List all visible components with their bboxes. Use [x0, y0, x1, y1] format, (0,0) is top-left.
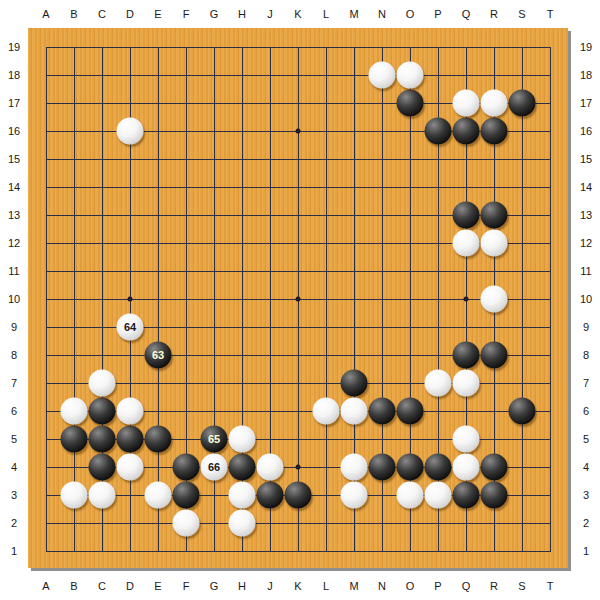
- stone-white-B6: [61, 398, 88, 425]
- stone-black-C5: [89, 426, 116, 453]
- row-label-right-5: 5: [574, 433, 598, 445]
- col-label-bottom-J: J: [259, 580, 281, 592]
- stone-white-O18: [397, 62, 424, 89]
- row-label-left-19: 19: [2, 41, 26, 53]
- row-label-right-17: 17: [574, 97, 598, 109]
- move-number: 66: [208, 462, 220, 473]
- row-label-right-14: 14: [574, 181, 598, 193]
- col-label-bottom-H: H: [231, 580, 253, 592]
- col-label-top-R: R: [483, 8, 505, 20]
- grid-line-horizontal: [46, 551, 551, 552]
- star-point-D10: [128, 297, 133, 302]
- stone-white-E3: [145, 482, 172, 509]
- star-point-Q10: [464, 297, 469, 302]
- stone-black-O17: [397, 90, 424, 117]
- stone-black-Q13: [453, 202, 480, 229]
- stone-black-H4: [229, 454, 256, 481]
- move-number: 63: [152, 350, 164, 361]
- col-label-top-D: D: [119, 8, 141, 20]
- row-label-left-8: 8: [2, 349, 26, 361]
- grid-line-vertical: [326, 47, 327, 552]
- row-label-left-2: 2: [2, 517, 26, 529]
- stone-black-G5: 65: [201, 426, 228, 453]
- row-label-left-11: 11: [2, 265, 26, 277]
- row-label-right-16: 16: [574, 125, 598, 137]
- col-label-top-T: T: [539, 8, 561, 20]
- stone-black-S6: [509, 398, 536, 425]
- stone-black-P16: [425, 118, 452, 145]
- col-label-bottom-N: N: [371, 580, 393, 592]
- col-label-bottom-F: F: [175, 580, 197, 592]
- stone-white-Q5: [453, 426, 480, 453]
- stone-black-C4: [89, 454, 116, 481]
- stone-white-R12: [481, 230, 508, 257]
- stone-white-M3: [341, 482, 368, 509]
- stone-white-B3: [61, 482, 88, 509]
- row-label-right-2: 2: [574, 517, 598, 529]
- col-label-top-L: L: [315, 8, 337, 20]
- row-label-right-13: 13: [574, 209, 598, 221]
- row-label-left-6: 6: [2, 405, 26, 417]
- stone-white-H3: [229, 482, 256, 509]
- stone-white-M4: [341, 454, 368, 481]
- star-point-K10: [296, 297, 301, 302]
- row-label-left-4: 4: [2, 461, 26, 473]
- row-label-right-18: 18: [574, 69, 598, 81]
- stone-white-C3: [89, 482, 116, 509]
- grid-line-vertical: [522, 47, 523, 552]
- row-label-left-15: 15: [2, 153, 26, 165]
- col-label-top-G: G: [203, 8, 225, 20]
- row-label-right-7: 7: [574, 377, 598, 389]
- row-label-left-18: 18: [2, 69, 26, 81]
- col-label-bottom-M: M: [343, 580, 365, 592]
- stone-black-R3: [481, 482, 508, 509]
- col-label-top-J: J: [259, 8, 281, 20]
- stone-black-E8: 63: [145, 342, 172, 369]
- stone-black-C6: [89, 398, 116, 425]
- col-label-top-M: M: [343, 8, 365, 20]
- star-point-K4: [296, 465, 301, 470]
- move-number: 64: [124, 322, 136, 333]
- row-label-right-3: 3: [574, 489, 598, 501]
- stone-black-M7: [341, 370, 368, 397]
- stone-white-D4: [117, 454, 144, 481]
- star-point-K16: [296, 129, 301, 134]
- col-label-top-Q: Q: [455, 8, 477, 20]
- col-label-bottom-K: K: [287, 580, 309, 592]
- col-label-top-H: H: [231, 8, 253, 20]
- stone-black-O6: [397, 398, 424, 425]
- row-label-right-15: 15: [574, 153, 598, 165]
- move-number: 65: [208, 434, 220, 445]
- stone-white-R17: [481, 90, 508, 117]
- stone-white-Q7: [453, 370, 480, 397]
- stone-white-J4: [257, 454, 284, 481]
- stone-black-F4: [173, 454, 200, 481]
- stone-black-P4: [425, 454, 452, 481]
- grid-line-vertical: [550, 47, 551, 552]
- stone-white-Q12: [453, 230, 480, 257]
- stone-black-Q3: [453, 482, 480, 509]
- stone-black-N4: [369, 454, 396, 481]
- col-label-bottom-G: G: [203, 580, 225, 592]
- col-label-bottom-S: S: [511, 580, 533, 592]
- stone-white-N18: [369, 62, 396, 89]
- row-label-left-12: 12: [2, 237, 26, 249]
- col-label-bottom-O: O: [399, 580, 421, 592]
- stone-black-R8: [481, 342, 508, 369]
- row-label-left-17: 17: [2, 97, 26, 109]
- row-label-left-14: 14: [2, 181, 26, 193]
- stone-white-G4: 66: [201, 454, 228, 481]
- stone-white-D6: [117, 398, 144, 425]
- col-label-bottom-B: B: [63, 580, 85, 592]
- row-label-left-10: 10: [2, 293, 26, 305]
- row-label-right-4: 4: [574, 461, 598, 473]
- row-label-right-11: 11: [574, 265, 598, 277]
- col-label-top-E: E: [147, 8, 169, 20]
- col-label-top-K: K: [287, 8, 309, 20]
- row-label-right-1: 1: [574, 545, 598, 557]
- stone-white-H5: [229, 426, 256, 453]
- row-label-left-1: 1: [2, 545, 26, 557]
- stone-white-L6: [313, 398, 340, 425]
- stone-white-Q4: [453, 454, 480, 481]
- stone-white-M6: [341, 398, 368, 425]
- stone-white-D16: [117, 118, 144, 145]
- stone-white-F2: [173, 510, 200, 537]
- stone-black-Q8: [453, 342, 480, 369]
- col-label-top-S: S: [511, 8, 533, 20]
- col-label-bottom-D: D: [119, 580, 141, 592]
- row-label-left-13: 13: [2, 209, 26, 221]
- col-label-bottom-E: E: [147, 580, 169, 592]
- stone-black-R16: [481, 118, 508, 145]
- col-label-bottom-C: C: [91, 580, 113, 592]
- stone-black-N6: [369, 398, 396, 425]
- col-label-top-N: N: [371, 8, 393, 20]
- col-label-top-P: P: [427, 8, 449, 20]
- row-label-right-10: 10: [574, 293, 598, 305]
- row-label-right-12: 12: [574, 237, 598, 249]
- stone-black-D5: [117, 426, 144, 453]
- stone-black-F3: [173, 482, 200, 509]
- col-label-top-O: O: [399, 8, 421, 20]
- stone-black-J3: [257, 482, 284, 509]
- stone-black-R4: [481, 454, 508, 481]
- col-label-bottom-T: T: [539, 580, 561, 592]
- stone-white-R10: [481, 286, 508, 313]
- col-label-top-F: F: [175, 8, 197, 20]
- col-label-bottom-R: R: [483, 580, 505, 592]
- row-label-right-9: 9: [574, 321, 598, 333]
- col-label-top-A: A: [35, 8, 57, 20]
- stone-black-S17: [509, 90, 536, 117]
- col-label-bottom-A: A: [35, 580, 57, 592]
- row-label-left-7: 7: [2, 377, 26, 389]
- row-label-right-6: 6: [574, 405, 598, 417]
- row-label-left-5: 5: [2, 433, 26, 445]
- stone-black-Q16: [453, 118, 480, 145]
- col-label-top-C: C: [91, 8, 113, 20]
- stone-black-R13: [481, 202, 508, 229]
- stone-black-E5: [145, 426, 172, 453]
- col-label-bottom-L: L: [315, 580, 337, 592]
- row-label-left-9: 9: [2, 321, 26, 333]
- row-label-right-8: 8: [574, 349, 598, 361]
- stone-white-P3: [425, 482, 452, 509]
- stone-white-H2: [229, 510, 256, 537]
- col-label-bottom-Q: Q: [455, 580, 477, 592]
- go-board[interactable]: 63656466: [28, 28, 568, 568]
- stone-white-Q17: [453, 90, 480, 117]
- stone-black-K3: [285, 482, 312, 509]
- stone-white-O3: [397, 482, 424, 509]
- stone-black-O4: [397, 454, 424, 481]
- col-label-bottom-P: P: [427, 580, 449, 592]
- stone-white-C7: [89, 370, 116, 397]
- stone-white-D9: 64: [117, 314, 144, 341]
- grid-line-horizontal: [46, 523, 551, 524]
- go-diagram: ABCDEFGHJKLMNOPQRST ABCDEFGHJKLMNOPQRST …: [0, 0, 600, 600]
- stone-black-B5: [61, 426, 88, 453]
- stone-white-P7: [425, 370, 452, 397]
- row-label-left-16: 16: [2, 125, 26, 137]
- row-label-left-3: 3: [2, 489, 26, 501]
- row-label-right-19: 19: [574, 41, 598, 53]
- col-label-top-B: B: [63, 8, 85, 20]
